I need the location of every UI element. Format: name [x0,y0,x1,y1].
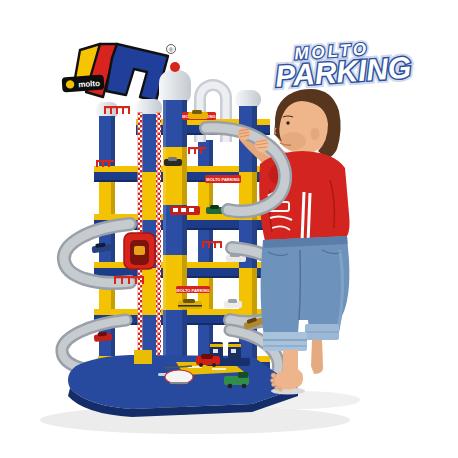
child-head [274,89,341,159]
brand-banner-text: molto [78,79,100,90]
deck-banner-text: MOLTO PARKING [176,288,209,293]
registered-mark: ® [169,47,174,53]
molto-m-icon [74,44,168,101]
molto-brand-logo: molto ® [62,44,176,101]
scene-illustration: molto ® MOLTO PARKING MOLTO PARKING [0,0,458,458]
child-back-ankle [311,340,323,374]
product-photo: molto ® MOLTO PARKING MOLTO PARKING [0,0,458,458]
elevator-cab [124,233,155,269]
molto-banner: molto [62,75,105,93]
toy-bus [170,206,200,215]
child-ear [311,128,320,140]
child-eye [286,121,289,124]
jeans-cuff [263,332,307,351]
molto-parking-logo: MOLTO PARKING MOLTO PARKING [274,39,412,92]
deck-banner-text: MOLTO PARKING [206,177,239,182]
parking-tower: MOLTO PARKING MOLTO PARKING MOLTO PARKIN… [62,62,298,417]
tower-top-knob [170,62,180,72]
